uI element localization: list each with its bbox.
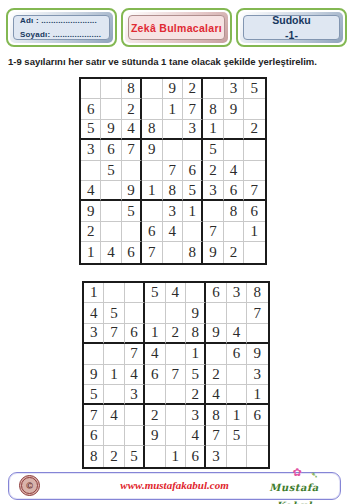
sudoku-cell-r5c1[interactable] bbox=[81, 161, 101, 181]
sudoku-cell-r5c2[interactable]: 1 bbox=[104, 365, 124, 385]
sudoku-cell-r2c9[interactable]: 7 bbox=[247, 303, 267, 323]
sudoku-cell-r7c9[interactable]: 6 bbox=[244, 201, 264, 221]
sudoku-cell-r3c8[interactable]: 4 bbox=[227, 324, 247, 344]
sudoku-cell-r9c6[interactable]: 6 bbox=[186, 446, 206, 466]
sudoku-cell-r3c1[interactable]: 3 bbox=[84, 324, 104, 344]
signature-text: Mustafa Kabul bbox=[269, 482, 318, 504]
sudoku-cell-r7c8[interactable]: 1 bbox=[227, 405, 247, 425]
sudoku-cell-r7c5[interactable]: 3 bbox=[163, 201, 183, 221]
series-title-fill: Zekâ Bulmacaları bbox=[128, 15, 225, 40]
sudoku-cell-r5c7[interactable]: 2 bbox=[206, 365, 226, 385]
topic-number: -1- bbox=[285, 28, 298, 42]
sudoku-cell-r9c5[interactable]: 1 bbox=[166, 446, 186, 466]
sudoku-cell-r1c2[interactable] bbox=[101, 79, 121, 99]
sudoku-grid-2: 1546384597376128947416991467523532417423… bbox=[82, 281, 270, 469]
sudoku-cell-r1c4[interactable]: 5 bbox=[145, 283, 165, 303]
sudoku-cell-r1c3[interactable]: 8 bbox=[122, 79, 142, 99]
sudoku-cell-r8c2[interactable] bbox=[104, 426, 124, 446]
sudoku-cell-r4c2[interactable]: 6 bbox=[101, 140, 121, 160]
sudoku-cell-r3c7[interactable]: 9 bbox=[206, 324, 226, 344]
sudoku-cell-r9c8[interactable]: 2 bbox=[224, 242, 244, 262]
sudoku-cell-r8c6[interactable] bbox=[183, 222, 203, 242]
sudoku-cell-r8c8[interactable]: 5 bbox=[227, 426, 247, 446]
sudoku-cell-r5c6[interactable]: 6 bbox=[183, 161, 203, 181]
sudoku-cell-r2c8[interactable]: 9 bbox=[224, 99, 244, 119]
sudoku-cell-r7c6[interactable]: 3 bbox=[186, 405, 206, 425]
sudoku-cell-r1c4[interactable] bbox=[142, 79, 162, 99]
topic-title: Sudoku bbox=[272, 13, 311, 27]
sudoku-cell-r7c5[interactable] bbox=[166, 405, 186, 425]
sudoku-cell-r2c1[interactable]: 6 bbox=[81, 99, 101, 119]
sudoku-cell-r9c9[interactable] bbox=[244, 242, 264, 262]
sudoku-cell-r4c5[interactable] bbox=[163, 140, 183, 160]
sudoku-cell-r2c9[interactable] bbox=[244, 99, 264, 119]
sudoku-cell-r1c6[interactable]: 2 bbox=[183, 79, 203, 99]
sudoku-cell-r4c6[interactable]: 1 bbox=[186, 344, 206, 364]
sudoku-cell-r5c5[interactable]: 7 bbox=[166, 365, 186, 385]
sudoku-cell-r7c7[interactable]: 8 bbox=[206, 405, 226, 425]
topic-box-bevel: Sudoku -1- bbox=[240, 12, 343, 43]
sudoku-cell-r3c9[interactable]: 2 bbox=[244, 120, 264, 140]
sudoku-cell-r6c4[interactable]: 1 bbox=[142, 181, 162, 201]
sudoku-cell-r6c4[interactable] bbox=[145, 385, 165, 405]
sudoku-cell-r2c2[interactable]: 5 bbox=[104, 303, 124, 323]
sudoku-cell-r4c4[interactable]: 9 bbox=[142, 140, 162, 160]
sudoku-cell-r4c9[interactable] bbox=[244, 140, 264, 160]
sudoku-cell-r4c2[interactable] bbox=[104, 344, 124, 364]
sudoku-cell-r6c3[interactable]: 3 bbox=[125, 385, 145, 405]
sudoku-cell-r8c9[interactable] bbox=[247, 426, 267, 446]
sudoku-cell-r6c5[interactable]: 8 bbox=[163, 181, 183, 201]
sudoku-cell-r4c7[interactable] bbox=[206, 344, 226, 364]
sudoku-cell-r9c8[interactable] bbox=[227, 446, 247, 466]
sudoku-cell-r6c5[interactable] bbox=[166, 385, 186, 405]
name-box: Adı : ....................... Soyadı: ..… bbox=[6, 8, 117, 47]
sudoku-cell-r6c1[interactable]: 5 bbox=[84, 385, 104, 405]
sudoku-cell-r8c7[interactable]: 7 bbox=[203, 222, 223, 242]
sudoku-cell-r2c5[interactable]: 1 bbox=[163, 99, 183, 119]
sudoku-cell-r8c9[interactable]: 1 bbox=[244, 222, 264, 242]
sudoku-cell-r6c7[interactable]: 3 bbox=[203, 181, 223, 201]
sudoku-cell-r6c1[interactable]: 4 bbox=[81, 181, 101, 201]
worksheet-page: Adı : ....................... Soyadı: ..… bbox=[0, 0, 349, 504]
sudoku-cell-r6c3[interactable]: 9 bbox=[122, 181, 142, 201]
sudoku-cell-r5c4[interactable] bbox=[142, 161, 162, 181]
sudoku-cell-r1c3[interactable] bbox=[125, 283, 145, 303]
sudoku-cell-r3c5[interactable]: 2 bbox=[166, 324, 186, 344]
sudoku-cell-r8c5[interactable]: 4 bbox=[163, 222, 183, 242]
sudoku-cell-r7c9[interactable]: 6 bbox=[247, 405, 267, 425]
sudoku-cell-r6c2[interactable] bbox=[101, 181, 121, 201]
sudoku-cell-r5c9[interactable] bbox=[244, 161, 264, 181]
sudoku-cell-r7c4[interactable] bbox=[142, 201, 162, 221]
sudoku-cell-r3c1[interactable]: 5 bbox=[81, 120, 101, 140]
sudoku-cell-r2c3[interactable] bbox=[125, 303, 145, 323]
sudoku-cell-r2c5[interactable] bbox=[166, 303, 186, 323]
sudoku-cell-r3c2[interactable]: 9 bbox=[101, 120, 121, 140]
sudoku-cell-r6c8[interactable]: 6 bbox=[224, 181, 244, 201]
sudoku-cell-r5c8[interactable]: 4 bbox=[224, 161, 244, 181]
sudoku-cell-r8c4[interactable]: 6 bbox=[142, 222, 162, 242]
sudoku-cell-r1c7[interactable]: 6 bbox=[206, 283, 226, 303]
sudoku-cell-r2c7[interactable] bbox=[206, 303, 226, 323]
sudoku-cell-r3c4[interactable]: 1 bbox=[145, 324, 165, 344]
sudoku-cell-r9c6[interactable]: 8 bbox=[183, 242, 203, 262]
sudoku-cell-r1c7[interactable] bbox=[203, 79, 223, 99]
sudoku-cell-r3c7[interactable]: 1 bbox=[203, 120, 223, 140]
series-title-bevel: Zekâ Bulmacaları bbox=[125, 12, 228, 43]
flower-icon: ✿ bbox=[292, 466, 301, 479]
surname-label[interactable]: Soyadı: .................... bbox=[20, 28, 101, 42]
name-box-bevel: Adı : ....................... Soyadı: ..… bbox=[10, 12, 113, 43]
sudoku-cell-r7c6[interactable]: 1 bbox=[183, 201, 203, 221]
sudoku-cell-r7c3[interactable]: 5 bbox=[122, 201, 142, 221]
sudoku-cell-r7c7[interactable] bbox=[203, 201, 223, 221]
sudoku-cell-r9c4[interactable]: 7 bbox=[142, 242, 162, 262]
sudoku-cell-r2c6[interactable]: 9 bbox=[186, 303, 206, 323]
sudoku-cell-r6c6[interactable]: 2 bbox=[186, 385, 206, 405]
sudoku-cell-r7c2[interactable]: 4 bbox=[104, 405, 124, 425]
sudoku-cell-r5c3[interactable] bbox=[122, 161, 142, 181]
sudoku-cell-r2c4[interactable] bbox=[145, 303, 165, 323]
sudoku-cell-r6c7[interactable]: 4 bbox=[206, 385, 226, 405]
footer-bar: © www.mustafakabul.com ✿ ➴ Mustafa Kabul bbox=[8, 472, 341, 500]
sudoku-cell-r4c3[interactable]: 7 bbox=[122, 140, 142, 160]
leaf-icon: ➴ bbox=[311, 470, 319, 480]
sudoku-cell-r1c8[interactable]: 3 bbox=[224, 79, 244, 99]
sudoku-cell-r3c3[interactable]: 4 bbox=[122, 120, 142, 140]
sudoku-cell-r2c1[interactable]: 4 bbox=[84, 303, 104, 323]
name-box-fill: Adı : ....................... Soyadı: ..… bbox=[13, 15, 110, 40]
sudoku-cell-r5c3[interactable]: 4 bbox=[125, 365, 145, 385]
sudoku-cell-r2c2[interactable] bbox=[101, 99, 121, 119]
sudoku-cell-r8c6[interactable]: 4 bbox=[186, 426, 206, 446]
sudoku-cell-r8c1[interactable]: 2 bbox=[81, 222, 101, 242]
sudoku-cell-r1c6[interactable] bbox=[186, 283, 206, 303]
sudoku-cell-r8c1[interactable]: 6 bbox=[84, 426, 104, 446]
series-title: Zekâ Bulmacaları bbox=[131, 22, 222, 34]
sudoku-cell-r4c4[interactable]: 4 bbox=[145, 344, 165, 364]
sudoku-cell-r4c3[interactable]: 7 bbox=[125, 344, 145, 364]
sudoku-cell-r4c8[interactable] bbox=[224, 140, 244, 160]
sudoku-cell-r9c3[interactable]: 5 bbox=[125, 446, 145, 466]
sudoku-cell-r6c6[interactable]: 5 bbox=[183, 181, 203, 201]
sudoku-cell-r9c7[interactable]: 9 bbox=[203, 242, 223, 262]
sudoku-cell-r4c5[interactable] bbox=[166, 344, 186, 364]
sudoku-cell-r3c3[interactable]: 6 bbox=[125, 324, 145, 344]
sudoku-cell-r9c5[interactable] bbox=[163, 242, 183, 262]
sudoku-cell-r3c6[interactable]: 8 bbox=[186, 324, 206, 344]
sudoku-cell-r5c2[interactable]: 5 bbox=[101, 161, 121, 181]
sudoku-cell-r6c8[interactable] bbox=[227, 385, 247, 405]
sudoku-cell-r9c3[interactable]: 6 bbox=[122, 242, 142, 262]
sudoku-cell-r9c2[interactable]: 4 bbox=[101, 242, 121, 262]
sudoku-cell-r5c1[interactable]: 9 bbox=[84, 365, 104, 385]
sudoku-cell-r6c9[interactable]: 7 bbox=[244, 181, 264, 201]
sudoku-cell-r4c1[interactable]: 3 bbox=[81, 140, 101, 160]
sudoku-cell-r1c9[interactable]: 5 bbox=[244, 79, 264, 99]
sudoku-cell-r5c8[interactable] bbox=[227, 365, 247, 385]
sudoku-cell-r3c6[interactable]: 3 bbox=[183, 120, 203, 140]
sudoku-cell-r2c8[interactable] bbox=[227, 303, 247, 323]
sudoku-cell-r2c4[interactable] bbox=[142, 99, 162, 119]
sudoku-cell-r3c4[interactable]: 8 bbox=[142, 120, 162, 140]
sudoku-cell-r8c3[interactable] bbox=[122, 222, 142, 242]
sudoku-cell-r1c1[interactable] bbox=[81, 79, 101, 99]
topic-box: Sudoku -1- bbox=[236, 8, 347, 47]
sudoku-grid-1: 8923562178959483123679557624491853679531… bbox=[79, 77, 267, 265]
sudoku-cell-r8c4[interactable]: 9 bbox=[145, 426, 165, 446]
sudoku-cell-r6c9[interactable]: 1 bbox=[247, 385, 267, 405]
sudoku-cell-r1c2[interactable] bbox=[104, 283, 124, 303]
sudoku-cell-r5c7[interactable]: 2 bbox=[203, 161, 223, 181]
sudoku-cell-r4c8[interactable]: 6 bbox=[227, 344, 247, 364]
sudoku-cell-r9c2[interactable]: 2 bbox=[104, 446, 124, 466]
sudoku-cell-r1c8[interactable]: 3 bbox=[227, 283, 247, 303]
sudoku-cell-r9c1[interactable]: 1 bbox=[81, 242, 101, 262]
sudoku-cell-r1c9[interactable]: 8 bbox=[247, 283, 267, 303]
instruction-text: 1-9 sayılarını her satır ve sütunda 1 ta… bbox=[8, 56, 317, 67]
topic-box-fill: Sudoku -1- bbox=[243, 15, 340, 40]
sudoku-cell-r7c1[interactable]: 9 bbox=[81, 201, 101, 221]
sudoku-cell-r7c4[interactable]: 2 bbox=[145, 405, 165, 425]
sudoku-cell-r1c5[interactable]: 4 bbox=[166, 283, 186, 303]
sudoku-cell-r8c2[interactable] bbox=[101, 222, 121, 242]
sudoku-cell-r6c2[interactable] bbox=[104, 385, 124, 405]
sudoku-cell-r5c4[interactable]: 6 bbox=[145, 365, 165, 385]
sudoku-cell-r9c7[interactable]: 3 bbox=[206, 446, 226, 466]
sudoku-cell-r4c6[interactable] bbox=[183, 140, 203, 160]
sudoku-cell-r5c6[interactable]: 5 bbox=[186, 365, 206, 385]
sudoku-cell-r7c2[interactable] bbox=[101, 201, 121, 221]
sudoku-cell-r1c5[interactable]: 9 bbox=[163, 79, 183, 99]
sudoku-cell-r9c4[interactable] bbox=[145, 446, 165, 466]
sudoku-cell-r5c9[interactable]: 3 bbox=[247, 365, 267, 385]
sudoku-cell-r7c1[interactable]: 7 bbox=[84, 405, 104, 425]
sudoku-cell-r8c3[interactable] bbox=[125, 426, 145, 446]
sudoku-cell-r4c7[interactable]: 5 bbox=[203, 140, 223, 160]
sudoku-cell-r8c7[interactable]: 7 bbox=[206, 426, 226, 446]
sudoku-cell-r9c9[interactable] bbox=[247, 446, 267, 466]
sudoku-cell-r3c9[interactable] bbox=[247, 324, 267, 344]
sudoku-cell-r3c8[interactable] bbox=[224, 120, 244, 140]
sudoku-cell-r7c8[interactable]: 8 bbox=[224, 201, 244, 221]
sudoku-cell-r4c1[interactable] bbox=[84, 344, 104, 364]
series-title-box: Zekâ Bulmacaları bbox=[121, 8, 232, 47]
name-label[interactable]: Adı : ....................... bbox=[20, 14, 97, 28]
sudoku-cell-r4c9[interactable]: 9 bbox=[247, 344, 267, 364]
signature: ✿ ➴ Mustafa Kabul bbox=[256, 477, 332, 504]
sudoku-cell-r8c5[interactable] bbox=[166, 426, 186, 446]
sudoku-cell-r2c3[interactable]: 2 bbox=[122, 99, 142, 119]
sudoku-cell-r9c1[interactable]: 8 bbox=[84, 446, 104, 466]
sudoku-cell-r2c7[interactable]: 8 bbox=[203, 99, 223, 119]
sudoku-cell-r5c5[interactable]: 7 bbox=[163, 161, 183, 181]
sudoku-cell-r1c1[interactable]: 1 bbox=[84, 283, 104, 303]
sudoku-cell-r3c2[interactable]: 7 bbox=[104, 324, 124, 344]
sudoku-cell-r3c5[interactable] bbox=[163, 120, 183, 140]
sudoku-cell-r2c6[interactable]: 7 bbox=[183, 99, 203, 119]
sudoku-cell-r8c8[interactable] bbox=[224, 222, 244, 242]
sudoku-cell-r7c3[interactable] bbox=[125, 405, 145, 425]
